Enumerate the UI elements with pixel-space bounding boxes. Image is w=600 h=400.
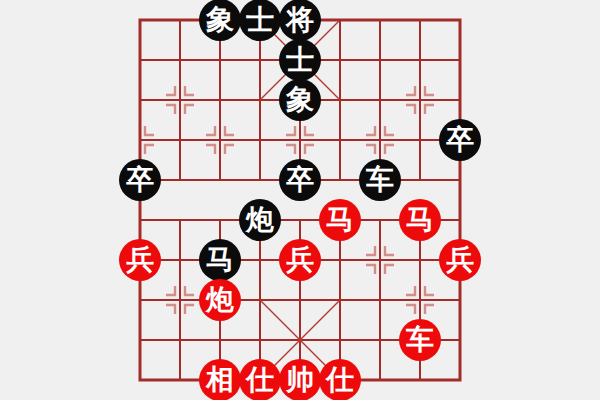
piece-black-general[interactable]: 将 <box>279 0 321 41</box>
piece-glyph: 卒 <box>286 166 314 194</box>
piece-glyph: 车 <box>406 326 434 354</box>
piece-glyph: 帅 <box>286 366 314 394</box>
piece-black-soldier[interactable]: 卒 <box>119 159 161 201</box>
piece-glyph: 象 <box>206 6 234 34</box>
piece-black-elephant[interactable]: 象 <box>279 79 321 121</box>
piece-glyph: 兵 <box>286 246 314 274</box>
piece-black-cannon[interactable]: 炮 <box>239 199 281 241</box>
piece-black-advisor[interactable]: 士 <box>239 0 281 41</box>
piece-glyph: 卒 <box>446 126 474 154</box>
piece-layer: 象士将士象卒卒卒车炮马马兵马兵兵炮车相仕帅仕 <box>0 0 600 400</box>
piece-glyph: 炮 <box>246 206 274 234</box>
piece-red-elephant[interactable]: 相 <box>199 359 241 400</box>
piece-glyph: 兵 <box>446 246 474 274</box>
piece-black-soldier[interactable]: 卒 <box>279 159 321 201</box>
piece-glyph: 相 <box>206 366 234 394</box>
piece-glyph: 将 <box>286 6 314 34</box>
piece-glyph: 马 <box>206 246 234 274</box>
xiangqi-board: 象士将士象卒卒卒车炮马马兵马兵兵炮车相仕帅仕 <box>0 0 600 400</box>
piece-glyph: 仕 <box>246 366 274 394</box>
piece-red-horse[interactable]: 马 <box>399 199 441 241</box>
piece-glyph: 车 <box>366 166 394 194</box>
piece-red-chariot[interactable]: 车 <box>399 319 441 361</box>
piece-glyph: 仕 <box>326 366 354 394</box>
piece-glyph: 兵 <box>126 246 154 274</box>
piece-red-horse[interactable]: 马 <box>319 199 361 241</box>
piece-red-soldier[interactable]: 兵 <box>439 239 481 281</box>
piece-glyph: 士 <box>246 6 274 34</box>
piece-glyph: 象 <box>286 86 314 114</box>
piece-red-cannon[interactable]: 炮 <box>199 279 241 321</box>
piece-glyph: 士 <box>286 46 314 74</box>
piece-black-soldier[interactable]: 卒 <box>439 119 481 161</box>
piece-red-general[interactable]: 帅 <box>279 359 321 400</box>
piece-red-soldier[interactable]: 兵 <box>279 239 321 281</box>
piece-black-chariot[interactable]: 车 <box>359 159 401 201</box>
piece-black-elephant[interactable]: 象 <box>199 0 241 41</box>
piece-red-advisor[interactable]: 仕 <box>319 359 361 400</box>
piece-red-soldier[interactable]: 兵 <box>119 239 161 281</box>
piece-glyph: 卒 <box>126 166 154 194</box>
piece-glyph: 马 <box>326 206 354 234</box>
piece-glyph: 马 <box>406 206 434 234</box>
piece-red-advisor[interactable]: 仕 <box>239 359 281 400</box>
piece-black-advisor[interactable]: 士 <box>279 39 321 81</box>
piece-glyph: 炮 <box>206 286 234 314</box>
piece-black-horse[interactable]: 马 <box>199 239 241 281</box>
